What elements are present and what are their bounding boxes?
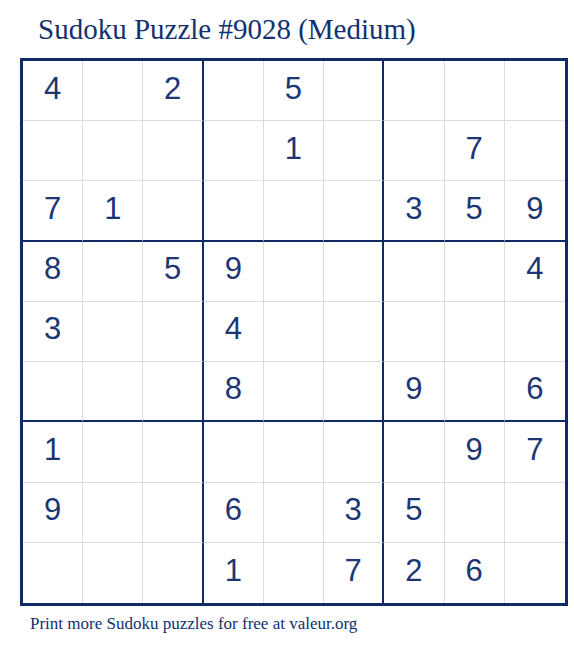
sudoku-cell-r7c7 <box>384 422 444 482</box>
sudoku-cell-r3c3 <box>143 181 203 241</box>
sudoku-cell-r3c8: 5 <box>445 181 505 241</box>
page-title: Sudoku Puzzle #9028 (Medium) <box>38 12 416 47</box>
sudoku-cell-r7c2 <box>83 422 143 482</box>
sudoku-cell-r8c1: 9 <box>23 483 83 543</box>
sudoku-cell-r4c8 <box>445 242 505 302</box>
sudoku-cell-r9c8: 6 <box>445 543 505 603</box>
sudoku-cell-r3c5 <box>264 181 324 241</box>
sudoku-cell-r2c4 <box>204 121 264 181</box>
sudoku-cell-r2c9 <box>505 121 565 181</box>
sudoku-cell-r6c9: 6 <box>505 362 565 422</box>
sudoku-cell-r3c2: 1 <box>83 181 143 241</box>
sudoku-cell-r7c8: 9 <box>445 422 505 482</box>
sudoku-cell-r8c8 <box>445 483 505 543</box>
sudoku-cell-r9c6: 7 <box>324 543 384 603</box>
sudoku-cell-r4c1: 8 <box>23 242 83 302</box>
sudoku-cell-r8c5 <box>264 483 324 543</box>
sudoku-cell-r4c6 <box>324 242 384 302</box>
footer-text: Print more Sudoku puzzles for free at va… <box>30 614 357 634</box>
sudoku-cell-r2c2 <box>83 121 143 181</box>
sudoku-cell-r4c7 <box>384 242 444 302</box>
sudoku-board: 425177135985943489619796351726 <box>20 58 568 606</box>
sudoku-cell-r5c7 <box>384 302 444 362</box>
sudoku-cell-r6c2 <box>83 362 143 422</box>
sudoku-cell-r2c5: 1 <box>264 121 324 181</box>
sudoku-cell-r8c4: 6 <box>204 483 264 543</box>
sudoku-cell-r6c8 <box>445 362 505 422</box>
sudoku-cell-r5c4: 4 <box>204 302 264 362</box>
sudoku-cell-r8c7: 5 <box>384 483 444 543</box>
sudoku-cell-r8c9 <box>505 483 565 543</box>
sudoku-cell-r3c1: 7 <box>23 181 83 241</box>
sudoku-cell-r6c3 <box>143 362 203 422</box>
sudoku-cell-r1c6 <box>324 61 384 121</box>
sudoku-cell-r9c2 <box>83 543 143 603</box>
sudoku-cell-r4c3: 5 <box>143 242 203 302</box>
sudoku-cell-r1c2 <box>83 61 143 121</box>
sudoku-cell-r3c4 <box>204 181 264 241</box>
sudoku-cell-r7c4 <box>204 422 264 482</box>
sudoku-cell-r5c6 <box>324 302 384 362</box>
sudoku-cell-r6c4: 8 <box>204 362 264 422</box>
sudoku-cell-r7c5 <box>264 422 324 482</box>
sudoku-cell-r6c7: 9 <box>384 362 444 422</box>
sudoku-cell-r1c1: 4 <box>23 61 83 121</box>
sudoku-cell-r9c9 <box>505 543 565 603</box>
sudoku-cell-r7c3 <box>143 422 203 482</box>
sudoku-cell-r6c5 <box>264 362 324 422</box>
sudoku-cell-r6c1 <box>23 362 83 422</box>
sudoku-cell-r9c1 <box>23 543 83 603</box>
sudoku-cell-r8c3 <box>143 483 203 543</box>
sudoku-cell-r5c8 <box>445 302 505 362</box>
sudoku-cell-r6c6 <box>324 362 384 422</box>
sudoku-cell-r1c4 <box>204 61 264 121</box>
sudoku-cell-r1c9 <box>505 61 565 121</box>
sudoku-cell-r4c5 <box>264 242 324 302</box>
sudoku-page: Sudoku Puzzle #9028 (Medium) 42517713598… <box>0 0 574 651</box>
sudoku-cell-r4c9: 4 <box>505 242 565 302</box>
sudoku-cell-r2c1 <box>23 121 83 181</box>
sudoku-cell-r4c4: 9 <box>204 242 264 302</box>
sudoku-cell-r3c9: 9 <box>505 181 565 241</box>
sudoku-cell-r5c5 <box>264 302 324 362</box>
sudoku-cell-r1c3: 2 <box>143 61 203 121</box>
sudoku-cell-r9c7: 2 <box>384 543 444 603</box>
sudoku-cell-r9c5 <box>264 543 324 603</box>
sudoku-cell-r2c3 <box>143 121 203 181</box>
sudoku-cell-r7c1: 1 <box>23 422 83 482</box>
sudoku-cell-r3c6 <box>324 181 384 241</box>
sudoku-cell-r5c9 <box>505 302 565 362</box>
sudoku-cell-r1c5: 5 <box>264 61 324 121</box>
sudoku-cell-r1c8 <box>445 61 505 121</box>
sudoku-cell-r5c3 <box>143 302 203 362</box>
sudoku-cell-r9c3 <box>143 543 203 603</box>
sudoku-cell-r8c6: 3 <box>324 483 384 543</box>
sudoku-cell-r7c9: 7 <box>505 422 565 482</box>
sudoku-cell-r8c2 <box>83 483 143 543</box>
sudoku-cell-r5c1: 3 <box>23 302 83 362</box>
sudoku-cell-r2c8: 7 <box>445 121 505 181</box>
sudoku-cell-r7c6 <box>324 422 384 482</box>
sudoku-cell-r2c7 <box>384 121 444 181</box>
sudoku-cell-r1c7 <box>384 61 444 121</box>
sudoku-cell-r5c2 <box>83 302 143 362</box>
sudoku-cell-r3c7: 3 <box>384 181 444 241</box>
sudoku-cell-r9c4: 1 <box>204 543 264 603</box>
sudoku-cell-r2c6 <box>324 121 384 181</box>
sudoku-cell-r4c2 <box>83 242 143 302</box>
